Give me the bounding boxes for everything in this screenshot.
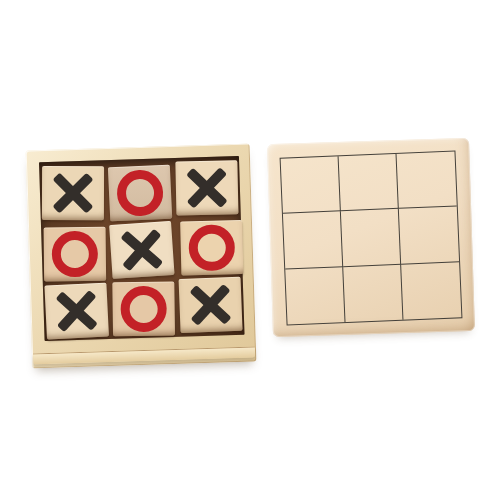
board-cell[interactable]	[341, 209, 401, 267]
board-cell[interactable]	[339, 154, 399, 212]
cube[interactable]	[109, 221, 174, 279]
o-mark	[120, 286, 167, 333]
cube[interactable]	[44, 283, 109, 340]
board-cell[interactable]	[281, 156, 341, 214]
cube-grid	[41, 161, 242, 339]
cube[interactable]	[180, 220, 243, 275]
board-cell[interactable]	[399, 207, 459, 265]
box-cavity	[39, 156, 245, 341]
cube[interactable]	[179, 277, 243, 333]
cube[interactable]	[112, 282, 175, 337]
board-cell[interactable]	[401, 262, 461, 320]
board-cell[interactable]	[343, 264, 403, 322]
wooden-storage-box	[26, 144, 257, 369]
board-cell[interactable]	[283, 212, 343, 270]
board-cell[interactable]	[397, 151, 457, 209]
board-cell[interactable]	[285, 267, 345, 325]
board-grid	[280, 150, 463, 325]
cube[interactable]	[42, 166, 104, 220]
box-lid-groove	[33, 346, 255, 364]
cube[interactable]	[175, 160, 238, 215]
x-mark	[187, 281, 235, 329]
product-photo	[0, 0, 500, 500]
x-mark	[183, 164, 230, 211]
x-mark	[50, 170, 96, 216]
x-mark	[53, 287, 101, 335]
o-mark	[52, 231, 98, 277]
o-mark	[116, 169, 164, 217]
o-mark	[188, 224, 235, 271]
x-mark	[117, 225, 166, 274]
grid-board	[267, 138, 475, 337]
cube[interactable]	[108, 165, 172, 222]
cube[interactable]	[44, 227, 107, 282]
